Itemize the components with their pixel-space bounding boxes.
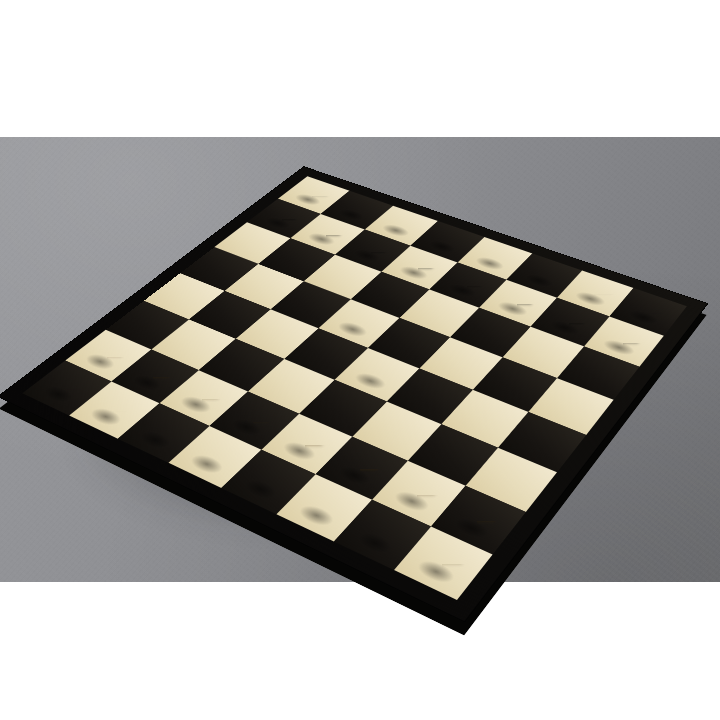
white-queen-e4: ♛ xyxy=(304,300,448,382)
board-squares: ♜♞♝♛♚♝♞♜♟♟♟♟♟♟♟♟♛♛♟♟♟♟♟♟♟♟♜♞♝♛♚♝♞♜ xyxy=(22,176,686,600)
white-rook-h1: ♜ xyxy=(358,500,526,572)
chess-board: ♜♞♝♛♚♝♞♜♟♟♟♟♟♟♟♟♛♛♟♟♟♟♟♟♟♟♜♞♝♛♚♝♞♜ xyxy=(0,167,707,621)
chess-set-scene: ♜♞♝♛♚♝♞♜♟♟♟♟♟♟♟♟♛♛♟♟♟♟♟♟♟♟♜♞♝♛♚♝♞♜ xyxy=(0,0,720,720)
board-frame: ♜♞♝♛♚♝♞♜♟♟♟♟♟♟♟♟♛♛♟♟♟♟♟♟♟♟♜♞♝♛♚♝♞♜ xyxy=(0,167,707,621)
square-h1: ♜ xyxy=(394,527,493,600)
black-pawn-h7: ♟ xyxy=(553,297,692,349)
product-photo-page: { "game": "chess", "position": { "fen": … xyxy=(0,0,720,720)
square-h7: ♟ xyxy=(584,316,664,366)
